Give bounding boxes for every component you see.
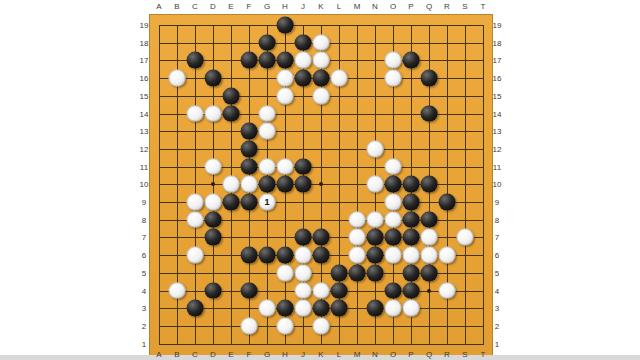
black-stone-D4[interactable] [205, 282, 222, 299]
black-stone-Q8[interactable] [421, 211, 438, 228]
white-stone-K15[interactable] [313, 87, 330, 104]
black-stone-K16[interactable] [313, 70, 330, 87]
white-stone-H15[interactable] [277, 87, 294, 104]
white-stone-O16[interactable] [385, 70, 402, 87]
column-label-bottom: H [282, 349, 288, 358]
board-horizontal-line [159, 344, 484, 345]
row-label-left: 8 [142, 215, 146, 224]
black-stone-K6[interactable] [313, 247, 330, 264]
white-stone-F2[interactable] [241, 317, 258, 334]
white-stone-K4[interactable] [313, 282, 330, 299]
black-stone-R9[interactable] [439, 194, 456, 211]
black-stone-H19[interactable] [277, 17, 294, 34]
column-label-bottom: M [354, 349, 361, 358]
black-stone-N6[interactable] [367, 247, 384, 264]
white-stone-D14[interactable] [205, 105, 222, 122]
star-point [319, 182, 323, 186]
white-stone-K17[interactable] [313, 52, 330, 69]
row-label-right: 10 [493, 180, 502, 189]
row-label-left: 19 [140, 21, 149, 30]
column-label-top: E [228, 2, 233, 11]
column-label-top: T [481, 2, 486, 11]
white-stone-D11[interactable] [205, 158, 222, 175]
white-stone-N12[interactable] [367, 140, 384, 157]
black-stone-K7[interactable] [313, 229, 330, 246]
white-stone-K18[interactable] [313, 34, 330, 51]
white-stone-D9[interactable] [205, 194, 222, 211]
white-stone-J17[interactable] [295, 52, 312, 69]
black-stone-G18[interactable] [259, 34, 276, 51]
row-label-right: 12 [493, 144, 502, 153]
white-stone-P3[interactable] [403, 300, 420, 317]
row-label-right: 1 [495, 339, 499, 348]
row-label-left: 17 [140, 56, 149, 65]
black-stone-N5[interactable] [367, 264, 384, 281]
black-stone-G10[interactable] [259, 176, 276, 193]
row-label-right: 7 [495, 233, 499, 242]
black-stone-F13[interactable] [241, 123, 258, 140]
row-label-left: 6 [142, 251, 146, 260]
black-stone-D16[interactable] [205, 70, 222, 87]
white-stone-J6[interactable] [295, 247, 312, 264]
row-label-right: 8 [495, 215, 499, 224]
column-label-bottom: L [337, 349, 341, 358]
white-stone-C9[interactable] [187, 194, 204, 211]
black-stone-H17[interactable] [277, 52, 294, 69]
column-label-top: H [282, 2, 288, 11]
column-label-bottom: J [301, 349, 305, 358]
row-label-right: 19 [493, 21, 502, 30]
white-stone-H11[interactable] [277, 158, 294, 175]
white-stone-O3[interactable] [385, 300, 402, 317]
star-point [211, 182, 215, 186]
column-label-bottom: B [174, 349, 179, 358]
black-stone-F4[interactable] [241, 282, 258, 299]
black-stone-F17[interactable] [241, 52, 258, 69]
white-stone-B16[interactable] [169, 70, 186, 87]
black-stone-Q14[interactable] [421, 105, 438, 122]
white-stone-F10[interactable] [241, 176, 258, 193]
white-stone-O11[interactable] [385, 158, 402, 175]
column-label-top: R [444, 2, 450, 11]
row-label-left: 15 [140, 91, 149, 100]
white-stone-C14[interactable] [187, 105, 204, 122]
row-label-left: 11 [140, 162, 148, 171]
board-horizontal-line [159, 149, 484, 150]
column-label-top: B [174, 2, 179, 11]
column-label-top: S [462, 2, 467, 11]
white-stone-N8[interactable] [367, 211, 384, 228]
column-label-top: Q [426, 2, 432, 11]
column-label-bottom: P [408, 349, 413, 358]
black-stone-E14[interactable] [223, 105, 240, 122]
white-stone-M8[interactable] [349, 211, 366, 228]
white-stone-R4[interactable] [439, 282, 456, 299]
black-stone-P10[interactable] [403, 176, 420, 193]
white-stone-C6[interactable] [187, 247, 204, 264]
row-label-left: 4 [142, 286, 146, 295]
black-stone-P9[interactable] [403, 194, 420, 211]
black-stone-J18[interactable] [295, 34, 312, 51]
column-label-bottom: R [444, 349, 450, 358]
row-label-right: 5 [495, 268, 499, 277]
black-stone-F12[interactable] [241, 140, 258, 157]
column-label-top: F [247, 2, 252, 11]
white-stone-J3[interactable] [295, 300, 312, 317]
white-stone-N10[interactable] [367, 176, 384, 193]
black-stone-M5[interactable] [349, 264, 366, 281]
row-label-left: 12 [140, 144, 149, 153]
white-stone-R6[interactable] [439, 247, 456, 264]
white-stone-H5[interactable] [277, 264, 294, 281]
column-label-bottom: O [390, 349, 396, 358]
white-stone-O8[interactable] [385, 211, 402, 228]
board-horizontal-line [159, 25, 484, 26]
move-number-label: 1 [264, 197, 269, 206]
black-stone-P5[interactable] [403, 264, 420, 281]
row-label-left: 13 [140, 127, 149, 136]
row-label-right: 9 [495, 198, 499, 207]
black-stone-E15[interactable] [223, 87, 240, 104]
row-label-right: 13 [493, 127, 502, 136]
black-stone-D7[interactable] [205, 229, 222, 246]
black-stone-D8[interactable] [205, 211, 222, 228]
row-label-right: 17 [493, 56, 502, 65]
column-label-bottom: F [247, 349, 252, 358]
black-stone-Q16[interactable] [421, 70, 438, 87]
white-stone-P6[interactable] [403, 247, 420, 264]
black-stone-O4[interactable] [385, 282, 402, 299]
column-label-bottom: Q [426, 349, 432, 358]
column-label-bottom: D [210, 349, 216, 358]
black-stone-L4[interactable] [331, 282, 348, 299]
black-stone-F6[interactable] [241, 247, 258, 264]
column-label-bottom: G [264, 349, 270, 358]
row-label-left: 2 [142, 321, 146, 330]
star-point [427, 289, 431, 293]
column-label-bottom: T [481, 349, 486, 358]
white-stone-K2[interactable] [313, 317, 330, 334]
white-stone-C8[interactable] [187, 211, 204, 228]
black-stone-L3[interactable] [331, 300, 348, 317]
black-stone-F11[interactable] [241, 158, 258, 175]
black-stone-O10[interactable] [385, 176, 402, 193]
black-stone-H6[interactable] [277, 247, 294, 264]
column-label-top: A [156, 2, 161, 11]
column-label-top: C [192, 2, 198, 11]
column-label-top: M [354, 2, 361, 11]
black-stone-P17[interactable] [403, 52, 420, 69]
board-horizontal-line [159, 131, 484, 132]
row-label-left: 14 [140, 109, 149, 118]
marked-white-stone-G9[interactable]: 1 [259, 194, 276, 211]
white-stone-G14[interactable] [259, 105, 276, 122]
black-stone-P4[interactable] [403, 282, 420, 299]
white-stone-Q6[interactable] [421, 247, 438, 264]
white-stone-G13[interactable] [259, 123, 276, 140]
row-label-left: 9 [142, 198, 146, 207]
black-stone-C3[interactable] [187, 300, 204, 317]
column-label-top: D [210, 2, 216, 11]
white-stone-O6[interactable] [385, 247, 402, 264]
row-label-left: 1 [142, 339, 146, 348]
black-stone-C17[interactable] [187, 52, 204, 69]
white-stone-L16[interactable] [331, 70, 348, 87]
white-stone-G11[interactable] [259, 158, 276, 175]
row-label-left: 10 [140, 180, 149, 189]
column-label-bottom: A [156, 349, 161, 358]
row-label-right: 15 [493, 91, 502, 100]
white-stone-E10[interactable] [223, 176, 240, 193]
white-stone-H16[interactable] [277, 70, 294, 87]
white-stone-G3[interactable] [259, 300, 276, 317]
row-label-left: 5 [142, 268, 146, 277]
white-stone-J4[interactable] [295, 282, 312, 299]
black-stone-H10[interactable] [277, 176, 294, 193]
black-stone-Q5[interactable] [421, 264, 438, 281]
column-label-bottom: E [228, 349, 233, 358]
black-stone-O7[interactable] [385, 229, 402, 246]
row-label-right: 14 [493, 109, 502, 118]
black-stone-H3[interactable] [277, 300, 294, 317]
row-label-right: 11 [493, 162, 501, 171]
column-label-top: P [408, 2, 413, 11]
row-label-right: 16 [493, 74, 502, 83]
go-app: AABBCCDDEEFFGGHHJJKKLLMMNNOOPPQQRRSSTT19… [0, 0, 640, 360]
black-stone-P8[interactable] [403, 211, 420, 228]
black-stone-N3[interactable] [367, 300, 384, 317]
black-stone-F9[interactable] [241, 194, 258, 211]
white-stone-O17[interactable] [385, 52, 402, 69]
row-label-right: 3 [495, 304, 499, 313]
row-label-left: 7 [142, 233, 146, 242]
row-label-right: 2 [495, 321, 499, 330]
column-label-top: O [390, 2, 396, 11]
column-label-bottom: K [318, 349, 323, 358]
white-stone-S7[interactable] [457, 229, 474, 246]
black-stone-G6[interactable] [259, 247, 276, 264]
black-stone-N7[interactable] [367, 229, 384, 246]
column-label-top: J [301, 2, 305, 11]
black-stone-K3[interactable] [313, 300, 330, 317]
row-label-right: 18 [493, 38, 502, 47]
black-stone-L5[interactable] [331, 264, 348, 281]
column-label-bottom: C [192, 349, 198, 358]
white-stone-Q7[interactable] [421, 229, 438, 246]
column-label-top: N [372, 2, 378, 11]
column-label-bottom: S [462, 349, 467, 358]
row-label-left: 3 [142, 304, 146, 313]
column-label-top: G [264, 2, 270, 11]
white-stone-B4[interactable] [169, 282, 186, 299]
white-stone-O9[interactable] [385, 194, 402, 211]
black-stone-J10[interactable] [295, 176, 312, 193]
black-stone-J16[interactable] [295, 70, 312, 87]
column-label-top: L [337, 2, 341, 11]
black-stone-G17[interactable] [259, 52, 276, 69]
column-label-bottom: N [372, 349, 378, 358]
black-stone-Q10[interactable] [421, 176, 438, 193]
row-label-right: 4 [495, 286, 499, 295]
black-stone-J7[interactable] [295, 229, 312, 246]
row-label-left: 18 [140, 38, 149, 47]
white-stone-M6[interactable] [349, 247, 366, 264]
white-stone-M7[interactable] [349, 229, 366, 246]
white-stone-H2[interactable] [277, 317, 294, 334]
white-stone-J5[interactable] [295, 264, 312, 281]
black-stone-J11[interactable] [295, 158, 312, 175]
column-label-top: K [318, 2, 323, 11]
black-stone-E9[interactable] [223, 194, 240, 211]
row-label-right: 6 [495, 251, 499, 260]
row-label-left: 16 [140, 74, 149, 83]
black-stone-P7[interactable] [403, 229, 420, 246]
